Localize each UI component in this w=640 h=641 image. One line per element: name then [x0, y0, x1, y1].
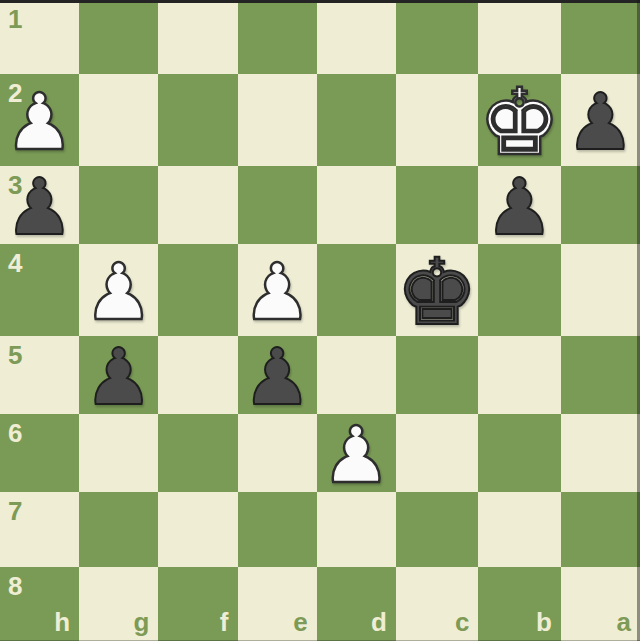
white-pawn[interactable]: ♟ [84, 253, 154, 331]
chess-app: 12♟♚♟3♟♟4♟♟♚5♟♟6♟78hgfedcba [0, 0, 640, 641]
square-c4[interactable]: ♚ [396, 244, 478, 336]
white-pawn[interactable]: ♟ [321, 416, 391, 494]
square-a5[interactable] [561, 336, 640, 414]
rank-label-5: 5 [8, 342, 22, 368]
rank-label-1: 1 [8, 6, 22, 32]
square-e8[interactable]: e [238, 567, 317, 641]
file-label-f: f [220, 609, 229, 635]
black-pawn[interactable]: ♟ [565, 83, 635, 161]
square-f1[interactable] [158, 0, 237, 74]
file-label-h: h [54, 609, 70, 635]
square-a2[interactable]: ♟ [561, 74, 640, 166]
square-g5[interactable]: ♟ [79, 336, 158, 414]
file-label-d: d [371, 609, 387, 635]
square-a3[interactable] [561, 166, 640, 244]
file-label-a: a [617, 609, 631, 635]
square-c6[interactable] [396, 414, 478, 492]
rank-label-7: 7 [8, 498, 22, 524]
square-b8[interactable]: b [478, 567, 560, 641]
square-b2[interactable]: ♚ [478, 74, 560, 166]
rank-label-4: 4 [8, 250, 22, 276]
square-e7[interactable] [238, 492, 317, 566]
square-b6[interactable] [478, 414, 560, 492]
black-pawn[interactable]: ♟ [5, 168, 75, 246]
square-g6[interactable] [79, 414, 158, 492]
square-d1[interactable] [317, 0, 396, 74]
file-label-c: c [455, 609, 469, 635]
square-d8[interactable]: d [317, 567, 396, 641]
square-h4[interactable]: 4 [0, 244, 79, 336]
square-d5[interactable] [317, 336, 396, 414]
square-c1[interactable] [396, 0, 478, 74]
black-pawn[interactable]: ♟ [84, 338, 154, 416]
square-e6[interactable] [238, 414, 317, 492]
square-a1[interactable] [561, 0, 640, 74]
square-a7[interactable] [561, 492, 640, 566]
file-label-g: g [133, 609, 149, 635]
square-f2[interactable] [158, 74, 237, 166]
square-e3[interactable] [238, 166, 317, 244]
black-pawn[interactable]: ♟ [485, 168, 555, 246]
square-h3[interactable]: 3♟ [0, 166, 79, 244]
square-h6[interactable]: 6 [0, 414, 79, 492]
square-f4[interactable] [158, 244, 237, 336]
white-pawn[interactable]: ♟ [242, 253, 312, 331]
square-c3[interactable] [396, 166, 478, 244]
white-king[interactable]: ♚ [478, 76, 560, 168]
square-h5[interactable]: 5 [0, 336, 79, 414]
square-c8[interactable]: c [396, 567, 478, 641]
square-g4[interactable]: ♟ [79, 244, 158, 336]
square-c7[interactable] [396, 492, 478, 566]
square-h7[interactable]: 7 [0, 492, 79, 566]
square-a4[interactable] [561, 244, 640, 336]
square-e4[interactable]: ♟ [238, 244, 317, 336]
square-g3[interactable] [79, 166, 158, 244]
square-d6[interactable]: ♟ [317, 414, 396, 492]
square-a6[interactable] [561, 414, 640, 492]
rank-label-8: 8 [8, 573, 22, 599]
square-c5[interactable] [396, 336, 478, 414]
square-d4[interactable] [317, 244, 396, 336]
chess-board: 12♟♚♟3♟♟4♟♟♚5♟♟6♟78hgfedcba [0, 0, 640, 641]
square-e5[interactable]: ♟ [238, 336, 317, 414]
square-f6[interactable] [158, 414, 237, 492]
square-g1[interactable] [79, 0, 158, 74]
square-f3[interactable] [158, 166, 237, 244]
square-b1[interactable] [478, 0, 560, 74]
square-b7[interactable] [478, 492, 560, 566]
square-c2[interactable] [396, 74, 478, 166]
file-label-b: b [536, 609, 552, 635]
square-f7[interactable] [158, 492, 237, 566]
rank-label-6: 6 [8, 420, 22, 446]
square-d7[interactable] [317, 492, 396, 566]
square-h8[interactable]: 8h [0, 567, 79, 641]
black-king[interactable]: ♚ [396, 246, 478, 338]
square-g8[interactable]: g [79, 567, 158, 641]
square-a8[interactable]: a [561, 567, 640, 641]
black-pawn[interactable]: ♟ [242, 338, 312, 416]
square-h2[interactable]: 2♟ [0, 74, 79, 166]
square-b3[interactable]: ♟ [478, 166, 560, 244]
square-e1[interactable] [238, 0, 317, 74]
square-f5[interactable] [158, 336, 237, 414]
square-d3[interactable] [317, 166, 396, 244]
square-e2[interactable] [238, 74, 317, 166]
square-h1[interactable]: 1 [0, 0, 79, 74]
square-f8[interactable]: f [158, 567, 237, 641]
square-b4[interactable] [478, 244, 560, 336]
square-g7[interactable] [79, 492, 158, 566]
file-label-e: e [293, 609, 307, 635]
white-pawn[interactable]: ♟ [5, 83, 75, 161]
square-d2[interactable] [317, 74, 396, 166]
square-b5[interactable] [478, 336, 560, 414]
square-g2[interactable] [79, 74, 158, 166]
